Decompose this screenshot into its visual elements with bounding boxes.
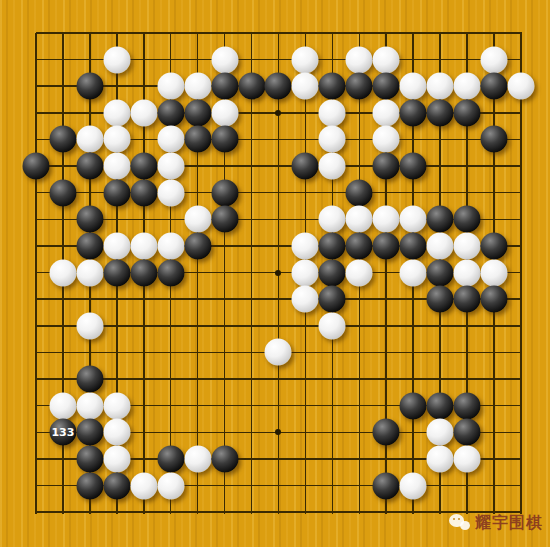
white-stone[interactable]	[346, 259, 373, 286]
white-stone[interactable]	[76, 312, 103, 339]
white-stone[interactable]	[427, 232, 454, 259]
black-stone[interactable]	[480, 126, 507, 153]
white-stone[interactable]	[76, 126, 103, 153]
black-stone[interactable]	[76, 73, 103, 100]
white-stone[interactable]	[373, 206, 400, 233]
black-stone[interactable]	[157, 259, 184, 286]
white-stone[interactable]	[507, 73, 534, 100]
white-stone[interactable]	[292, 46, 319, 73]
black-stone[interactable]	[211, 179, 238, 206]
white-stone[interactable]	[157, 73, 184, 100]
white-stone[interactable]	[319, 206, 346, 233]
black-stone[interactable]	[454, 392, 481, 419]
watermark-text: 耀宇围棋	[475, 515, 543, 531]
white-stone[interactable]	[292, 286, 319, 313]
black-stone[interactable]	[480, 73, 507, 100]
white-stone[interactable]	[157, 179, 184, 206]
black-stone[interactable]	[454, 206, 481, 233]
white-stone[interactable]	[103, 126, 130, 153]
black-stone[interactable]	[373, 232, 400, 259]
black-stone[interactable]	[346, 232, 373, 259]
white-stone[interactable]	[373, 46, 400, 73]
white-stone[interactable]	[76, 259, 103, 286]
white-stone[interactable]	[400, 472, 427, 499]
white-stone[interactable]	[184, 206, 211, 233]
black-stone[interactable]	[400, 99, 427, 126]
white-stone[interactable]	[103, 46, 130, 73]
star-point	[275, 270, 281, 276]
white-stone[interactable]	[130, 232, 157, 259]
black-stone[interactable]	[400, 153, 427, 180]
black-stone[interactable]	[373, 153, 400, 180]
black-stone[interactable]	[76, 153, 103, 180]
white-stone[interactable]	[454, 73, 481, 100]
black-stone[interactable]	[76, 232, 103, 259]
white-stone[interactable]	[265, 339, 292, 366]
black-stone[interactable]	[211, 73, 238, 100]
white-stone[interactable]	[292, 259, 319, 286]
white-stone[interactable]	[49, 392, 76, 419]
star-point	[275, 429, 281, 435]
black-stone[interactable]	[346, 73, 373, 100]
black-stone[interactable]	[238, 73, 265, 100]
black-stone[interactable]	[292, 153, 319, 180]
move-number-label: 133	[51, 427, 74, 438]
white-stone[interactable]	[454, 445, 481, 472]
black-stone[interactable]	[49, 179, 76, 206]
black-stone[interactable]	[130, 153, 157, 180]
white-stone[interactable]	[319, 126, 346, 153]
black-stone[interactable]	[157, 445, 184, 472]
watermark: 耀宇围棋	[449, 512, 543, 534]
black-stone[interactable]	[400, 232, 427, 259]
black-stone[interactable]	[184, 126, 211, 153]
black-stone[interactable]	[400, 392, 427, 419]
black-stone[interactable]	[319, 259, 346, 286]
white-stone[interactable]	[49, 259, 76, 286]
black-stone[interactable]	[373, 472, 400, 499]
star-point	[275, 110, 281, 116]
black-stone[interactable]	[211, 206, 238, 233]
white-stone[interactable]	[480, 46, 507, 73]
white-stone[interactable]	[454, 259, 481, 286]
white-stone[interactable]	[103, 445, 130, 472]
white-stone[interactable]	[427, 445, 454, 472]
black-stone[interactable]	[23, 153, 50, 180]
black-stone[interactable]	[373, 73, 400, 100]
black-stone[interactable]	[103, 179, 130, 206]
white-stone[interactable]	[346, 206, 373, 233]
grid-line-horizontal	[36, 32, 522, 34]
white-stone[interactable]	[103, 99, 130, 126]
black-stone[interactable]	[103, 472, 130, 499]
grid-line-vertical	[520, 33, 522, 514]
black-stone[interactable]	[157, 99, 184, 126]
white-stone[interactable]	[157, 472, 184, 499]
white-stone[interactable]	[427, 419, 454, 446]
black-stone[interactable]	[319, 73, 346, 100]
black-stone[interactable]	[76, 419, 103, 446]
white-stone[interactable]	[346, 46, 373, 73]
white-stone[interactable]	[373, 99, 400, 126]
grid-line-vertical	[251, 33, 253, 514]
white-stone[interactable]	[319, 99, 346, 126]
black-stone[interactable]	[76, 472, 103, 499]
white-stone[interactable]	[103, 392, 130, 419]
black-stone[interactable]	[427, 286, 454, 313]
white-stone[interactable]	[157, 126, 184, 153]
black-stone[interactable]	[454, 99, 481, 126]
black-stone[interactable]	[184, 232, 211, 259]
black-stone[interactable]	[319, 286, 346, 313]
black-stone[interactable]	[454, 286, 481, 313]
white-stone[interactable]	[130, 99, 157, 126]
white-stone[interactable]	[184, 445, 211, 472]
black-stone[interactable]	[211, 445, 238, 472]
black-stone[interactable]: 133	[49, 419, 76, 446]
black-stone[interactable]	[454, 419, 481, 446]
black-stone[interactable]	[427, 206, 454, 233]
white-stone[interactable]	[400, 206, 427, 233]
white-stone[interactable]	[157, 153, 184, 180]
black-stone[interactable]	[76, 366, 103, 393]
black-stone[interactable]	[265, 73, 292, 100]
white-stone[interactable]	[400, 73, 427, 100]
black-stone[interactable]	[480, 232, 507, 259]
white-stone[interactable]	[211, 99, 238, 126]
white-stone[interactable]	[211, 46, 238, 73]
white-stone[interactable]	[292, 232, 319, 259]
white-stone[interactable]	[373, 126, 400, 153]
black-stone[interactable]	[103, 259, 130, 286]
black-stone[interactable]	[49, 126, 76, 153]
go-game-screenshot: 133 耀宇围棋	[0, 0, 550, 547]
black-stone[interactable]	[184, 99, 211, 126]
white-stone[interactable]	[292, 73, 319, 100]
white-stone[interactable]	[76, 392, 103, 419]
black-stone[interactable]	[130, 179, 157, 206]
black-stone[interactable]	[427, 392, 454, 419]
white-stone[interactable]	[184, 73, 211, 100]
white-stone[interactable]	[427, 73, 454, 100]
black-stone[interactable]	[130, 259, 157, 286]
black-stone[interactable]	[373, 419, 400, 446]
black-stone[interactable]	[76, 445, 103, 472]
white-stone[interactable]	[400, 259, 427, 286]
grid-line-vertical	[35, 33, 37, 514]
black-stone[interactable]	[76, 206, 103, 233]
black-stone[interactable]	[480, 286, 507, 313]
black-stone[interactable]	[319, 232, 346, 259]
black-stone[interactable]	[427, 99, 454, 126]
black-stone[interactable]	[346, 179, 373, 206]
grid-line-horizontal	[36, 325, 522, 327]
white-stone[interactable]	[319, 153, 346, 180]
white-stone[interactable]	[103, 153, 130, 180]
white-stone[interactable]	[157, 232, 184, 259]
white-stone[interactable]	[454, 232, 481, 259]
grid-line-horizontal	[36, 378, 522, 380]
black-stone[interactable]	[427, 259, 454, 286]
white-stone[interactable]	[480, 259, 507, 286]
white-stone[interactable]	[103, 419, 130, 446]
wechat-bubble-icon	[449, 513, 471, 533]
white-stone[interactable]	[103, 232, 130, 259]
white-stone[interactable]	[319, 312, 346, 339]
white-stone[interactable]	[130, 472, 157, 499]
black-stone[interactable]	[211, 126, 238, 153]
